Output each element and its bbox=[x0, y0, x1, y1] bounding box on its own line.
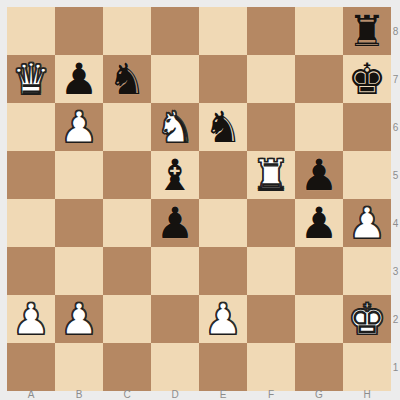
square-e5[interactable] bbox=[199, 151, 247, 199]
square-c7[interactable]: ♞ bbox=[103, 55, 151, 103]
square-e7[interactable] bbox=[199, 55, 247, 103]
file-label-h: H bbox=[343, 389, 391, 400]
square-e3[interactable] bbox=[199, 247, 247, 295]
square-g8[interactable] bbox=[295, 7, 343, 55]
square-f1[interactable] bbox=[247, 343, 295, 391]
square-a6[interactable] bbox=[7, 103, 55, 151]
square-b2[interactable]: ♟ bbox=[55, 295, 103, 343]
rank-label-2: 2 bbox=[391, 295, 400, 343]
piece-white-pawn[interactable]: ♟ bbox=[60, 103, 99, 151]
piece-white-pawn[interactable]: ♟ bbox=[348, 199, 387, 247]
square-d8[interactable] bbox=[151, 7, 199, 55]
piece-white-pawn[interactable]: ♟ bbox=[204, 295, 243, 343]
piece-white-king[interactable]: ♚ bbox=[348, 295, 387, 343]
square-c2[interactable] bbox=[103, 295, 151, 343]
square-d7[interactable] bbox=[151, 55, 199, 103]
square-e6[interactable]: ♞ bbox=[199, 103, 247, 151]
piece-black-knight[interactable]: ♞ bbox=[108, 55, 147, 103]
chess-board: ♜♛♟♞♚♟♞♞♝♜♟♟♟♟♟♟♟♚ bbox=[7, 7, 391, 391]
square-a3[interactable] bbox=[7, 247, 55, 295]
square-f5[interactable]: ♜ bbox=[247, 151, 295, 199]
square-f4[interactable] bbox=[247, 199, 295, 247]
rank-label-8: 8 bbox=[391, 7, 400, 55]
square-h5[interactable] bbox=[343, 151, 391, 199]
square-d1[interactable] bbox=[151, 343, 199, 391]
square-a1[interactable] bbox=[7, 343, 55, 391]
piece-black-pawn[interactable]: ♟ bbox=[60, 55, 99, 103]
piece-white-pawn[interactable]: ♟ bbox=[12, 295, 51, 343]
square-h7[interactable]: ♚ bbox=[343, 55, 391, 103]
piece-white-pawn[interactable]: ♟ bbox=[60, 295, 99, 343]
rank-label-4: 4 bbox=[391, 199, 400, 247]
square-f6[interactable] bbox=[247, 103, 295, 151]
square-d2[interactable] bbox=[151, 295, 199, 343]
rank-label-6: 6 bbox=[391, 103, 400, 151]
square-b4[interactable] bbox=[55, 199, 103, 247]
piece-black-pawn[interactable]: ♟ bbox=[300, 151, 339, 199]
square-c6[interactable] bbox=[103, 103, 151, 151]
square-a5[interactable] bbox=[7, 151, 55, 199]
piece-black-rook[interactable]: ♜ bbox=[348, 7, 387, 55]
square-h2[interactable]: ♚ bbox=[343, 295, 391, 343]
file-label-c: C bbox=[103, 389, 151, 400]
file-label-a: A bbox=[7, 389, 55, 400]
square-a8[interactable] bbox=[7, 7, 55, 55]
rank-label-3: 3 bbox=[391, 247, 400, 295]
square-h6[interactable] bbox=[343, 103, 391, 151]
rank-label-7: 7 bbox=[391, 55, 400, 103]
square-c3[interactable] bbox=[103, 247, 151, 295]
square-g1[interactable] bbox=[295, 343, 343, 391]
square-c4[interactable] bbox=[103, 199, 151, 247]
square-h8[interactable]: ♜ bbox=[343, 7, 391, 55]
square-e4[interactable] bbox=[199, 199, 247, 247]
piece-white-queen[interactable]: ♛ bbox=[12, 55, 51, 103]
square-f7[interactable] bbox=[247, 55, 295, 103]
square-g7[interactable] bbox=[295, 55, 343, 103]
piece-white-rook[interactable]: ♜ bbox=[252, 151, 291, 199]
square-h1[interactable] bbox=[343, 343, 391, 391]
square-h3[interactable] bbox=[343, 247, 391, 295]
piece-white-knight[interactable]: ♞ bbox=[156, 103, 195, 151]
square-h4[interactable]: ♟ bbox=[343, 199, 391, 247]
square-b7[interactable]: ♟ bbox=[55, 55, 103, 103]
square-e1[interactable] bbox=[199, 343, 247, 391]
file-label-d: D bbox=[151, 389, 199, 400]
chess-app: ♜♛♟♞♚♟♞♞♝♜♟♟♟♟♟♟♟♚ 87654321 ABCDEFGH bbox=[0, 0, 400, 400]
square-a4[interactable] bbox=[7, 199, 55, 247]
square-f3[interactable] bbox=[247, 247, 295, 295]
square-e8[interactable] bbox=[199, 7, 247, 55]
square-e2[interactable]: ♟ bbox=[199, 295, 247, 343]
square-f2[interactable] bbox=[247, 295, 295, 343]
piece-black-pawn[interactable]: ♟ bbox=[300, 199, 339, 247]
file-label-g: G bbox=[295, 389, 343, 400]
piece-black-pawn[interactable]: ♟ bbox=[156, 199, 195, 247]
square-b8[interactable] bbox=[55, 7, 103, 55]
square-b1[interactable] bbox=[55, 343, 103, 391]
square-c8[interactable] bbox=[103, 7, 151, 55]
piece-black-bishop[interactable]: ♝ bbox=[156, 151, 195, 199]
square-b3[interactable] bbox=[55, 247, 103, 295]
square-g3[interactable] bbox=[295, 247, 343, 295]
square-a7[interactable]: ♛ bbox=[7, 55, 55, 103]
square-c5[interactable] bbox=[103, 151, 151, 199]
square-g2[interactable] bbox=[295, 295, 343, 343]
file-label-f: F bbox=[247, 389, 295, 400]
square-g5[interactable]: ♟ bbox=[295, 151, 343, 199]
file-coordinates: ABCDEFGH bbox=[7, 389, 391, 400]
square-g4[interactable]: ♟ bbox=[295, 199, 343, 247]
square-b6[interactable]: ♟ bbox=[55, 103, 103, 151]
square-d3[interactable] bbox=[151, 247, 199, 295]
square-b5[interactable] bbox=[55, 151, 103, 199]
square-a2[interactable]: ♟ bbox=[7, 295, 55, 343]
square-c1[interactable] bbox=[103, 343, 151, 391]
piece-black-king[interactable]: ♚ bbox=[348, 55, 387, 103]
file-label-e: E bbox=[199, 389, 247, 400]
square-g6[interactable] bbox=[295, 103, 343, 151]
square-f8[interactable] bbox=[247, 7, 295, 55]
rank-label-1: 1 bbox=[391, 343, 400, 391]
square-d5[interactable]: ♝ bbox=[151, 151, 199, 199]
piece-black-knight[interactable]: ♞ bbox=[204, 103, 243, 151]
file-label-b: B bbox=[55, 389, 103, 400]
rank-coordinates: 87654321 bbox=[391, 7, 400, 391]
square-d4[interactable]: ♟ bbox=[151, 199, 199, 247]
rank-label-5: 5 bbox=[391, 151, 400, 199]
square-d6[interactable]: ♞ bbox=[151, 103, 199, 151]
